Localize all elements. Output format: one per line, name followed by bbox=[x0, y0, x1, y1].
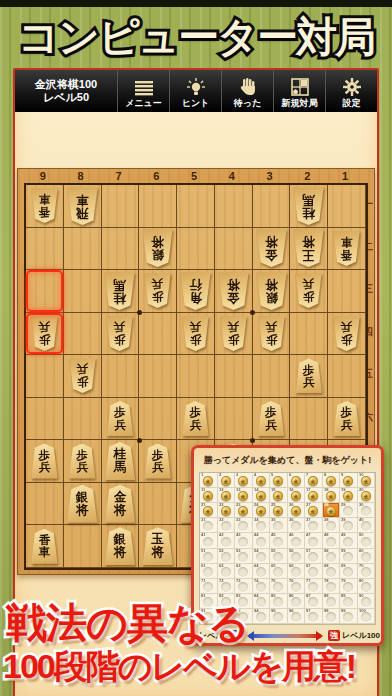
file-label: 4 bbox=[213, 169, 251, 183]
medal-cell-54[interactable]: 54 bbox=[253, 549, 271, 564]
gear-icon bbox=[343, 78, 361, 97]
hint-button-label: ヒント bbox=[182, 97, 210, 110]
shogi-piece-歩兵-9-7[interactable]: 歩兵 bbox=[26, 440, 63, 482]
medal-cell-51[interactable]: 51 bbox=[200, 549, 218, 564]
piece-kanji: 将 bbox=[151, 546, 164, 559]
piece-kanji: 兵 bbox=[265, 419, 277, 431]
empty-medal-socket bbox=[256, 582, 266, 592]
piece-kanji: 金 bbox=[114, 491, 127, 504]
piece-kanji: 歩 bbox=[265, 406, 277, 418]
app-title: 金沢将棋100 レベル50 bbox=[15, 70, 117, 112]
board-square-2-6[interactable] bbox=[290, 398, 328, 441]
level100-label: レベル100 bbox=[342, 630, 380, 641]
empty-medal-socket bbox=[238, 521, 248, 531]
board-square-3-3[interactable]: 銀将 bbox=[253, 270, 291, 313]
shogi-piece-歩兵-1-6[interactable]: 歩兵 bbox=[328, 398, 365, 440]
board-square-9-3[interactable] bbox=[26, 270, 64, 313]
medal-cell-2[interactable]: 2金 bbox=[218, 473, 236, 488]
medal-cell-number: 1 bbox=[201, 473, 203, 477]
piece-kanji: 歩 bbox=[39, 449, 51, 461]
medal-cell-99[interactable]: 99 bbox=[340, 609, 358, 624]
board-square-4-2[interactable] bbox=[215, 228, 253, 271]
empty-medal-socket bbox=[326, 582, 336, 592]
file-label: 9 bbox=[24, 169, 62, 183]
medal-cell-9[interactable]: 9金 bbox=[340, 473, 358, 488]
medal-cell-13[interactable]: 13金 bbox=[235, 488, 253, 503]
board-square-7-8[interactable]: 金将 bbox=[102, 483, 140, 526]
piece-kanji: 将 bbox=[227, 278, 240, 291]
medal-cell-29[interactable]: 29 bbox=[340, 503, 358, 518]
board-square-7-6[interactable]: 歩兵 bbox=[102, 398, 140, 441]
piece-kanji: 歩 bbox=[190, 333, 202, 345]
empty-medal-socket bbox=[343, 506, 353, 516]
medal-cell-94[interactable]: 94 bbox=[253, 609, 271, 624]
board-square-1-5[interactable] bbox=[328, 355, 366, 398]
empty-medal-socket bbox=[273, 521, 283, 531]
piece-kanji: 兵 bbox=[152, 279, 164, 291]
board-square-1-2[interactable]: 香車 bbox=[328, 228, 366, 271]
medal-cell-88[interactable]: 88 bbox=[323, 594, 341, 609]
board-square-7-3[interactable]: 桂馬 bbox=[102, 270, 140, 313]
file-label: 8 bbox=[62, 169, 100, 183]
empty-medal-socket bbox=[343, 567, 353, 577]
file-labels: 987654321 bbox=[24, 169, 364, 183]
shogi-piece-歩兵-4-4[interactable]: 歩兵 bbox=[215, 313, 252, 355]
medal-cell-32[interactable]: 32 bbox=[218, 518, 236, 533]
medal-cell-28[interactable]: 28金 bbox=[323, 503, 341, 518]
undo-button[interactable]: 待った bbox=[221, 70, 273, 112]
board-square-5-3[interactable]: 角行 bbox=[177, 270, 215, 313]
medal-cell-65[interactable]: 65 bbox=[270, 564, 288, 579]
medal-cell-14[interactable]: 14金 bbox=[253, 488, 271, 503]
medal-cell-26[interactable]: 26金 bbox=[288, 503, 306, 518]
shogi-piece-桂馬-7-7[interactable]: 桂馬 bbox=[102, 440, 139, 482]
medal-cell-68[interactable]: 68 bbox=[323, 564, 341, 579]
gold-medal-icon: 金 bbox=[308, 476, 318, 486]
piece-kanji: 兵 bbox=[228, 321, 240, 333]
medal-cell-72[interactable]: 72 bbox=[218, 579, 236, 594]
board-square-9-2[interactable] bbox=[26, 228, 64, 271]
medal-cell-33[interactable]: 33 bbox=[235, 518, 253, 533]
medal-cell-77[interactable]: 77 bbox=[305, 579, 323, 594]
medal-cell-3[interactable]: 3金 bbox=[235, 473, 253, 488]
board-square-8-6[interactable] bbox=[64, 398, 102, 441]
shogi-piece-歩兵-6-7[interactable]: 歩兵 bbox=[139, 440, 176, 482]
shogi-piece-銀将-3-3[interactable]: 銀将 bbox=[253, 270, 290, 312]
medal-cell-64[interactable]: 64 bbox=[253, 564, 271, 579]
medal-cell-55[interactable]: 55 bbox=[270, 549, 288, 564]
medal-cell-38[interactable]: 38 bbox=[323, 518, 341, 533]
piece-kanji: 車 bbox=[39, 546, 51, 558]
piece-kanji: 飛 bbox=[76, 206, 89, 219]
gold-medal-icon: 金 bbox=[221, 476, 231, 486]
medal-cell-20[interactable]: 20金 bbox=[358, 488, 376, 503]
shogi-piece-桂馬-7-3[interactable]: 桂馬 bbox=[102, 270, 139, 312]
empty-medal-socket bbox=[326, 612, 336, 622]
board-square-6-6[interactable] bbox=[139, 398, 177, 441]
board-square-7-7[interactable]: 桂馬 bbox=[102, 440, 140, 483]
medal-cell-1[interactable]: 1金 bbox=[200, 473, 218, 488]
medal-cell-75[interactable]: 75 bbox=[270, 579, 288, 594]
shogi-piece-歩兵-2-3[interactable]: 歩兵 bbox=[290, 270, 327, 312]
board-square-8-3[interactable] bbox=[64, 270, 102, 313]
file-label: 2 bbox=[288, 169, 326, 183]
medal-cell-27[interactable]: 27金 bbox=[305, 503, 323, 518]
medal-cell-63[interactable]: 63 bbox=[235, 564, 253, 579]
menu-icon bbox=[134, 80, 154, 97]
medal-cell-31[interactable]: 31 bbox=[200, 518, 218, 533]
medal-cell-67[interactable]: 67 bbox=[305, 564, 323, 579]
shogi-piece-銀将-7-9[interactable]: 銀将 bbox=[102, 525, 139, 567]
medal-cell-number: 4 bbox=[254, 473, 256, 477]
gold-medal-icon: 金 bbox=[308, 491, 318, 501]
gold-medal-icon: 金 bbox=[361, 491, 371, 501]
shogi-piece-歩兵-7-6[interactable]: 歩兵 bbox=[102, 398, 139, 440]
shogi-piece-歩兵-1-4[interactable]: 歩兵 bbox=[328, 313, 365, 355]
medal-cell-71[interactable]: 71 bbox=[200, 579, 218, 594]
medal-cell-74[interactable]: 74 bbox=[253, 579, 271, 594]
board-square-3-4[interactable]: 歩兵 bbox=[253, 313, 291, 356]
medal-cell-4[interactable]: 4金 bbox=[253, 473, 271, 488]
gold-medal-icon: 金 bbox=[308, 506, 318, 516]
piece-kanji: 香 bbox=[39, 206, 51, 218]
board-square-6-1[interactable] bbox=[139, 185, 177, 228]
piece-kanji: 将 bbox=[114, 504, 127, 517]
shogi-piece-歩兵-9-4[interactable]: 歩兵 bbox=[26, 313, 63, 355]
gold-medal-icon: 金 bbox=[273, 476, 283, 486]
board-square-1-6[interactable]: 歩兵 bbox=[328, 398, 366, 441]
piece-kanji: 桂 bbox=[303, 206, 316, 219]
shogi-piece-桂馬-2-1[interactable]: 桂馬 bbox=[290, 185, 327, 227]
medal-cell-87[interactable]: 87 bbox=[305, 594, 323, 609]
medal-cell-53[interactable]: 53 bbox=[235, 549, 253, 564]
board-square-7-1[interactable] bbox=[102, 185, 140, 228]
medal-cell-70[interactable]: 70 bbox=[358, 564, 376, 579]
piece-kanji: 兵 bbox=[114, 419, 126, 431]
board-square-2-4[interactable] bbox=[290, 313, 328, 356]
board-square-1-4[interactable]: 歩兵 bbox=[328, 313, 366, 356]
medal-cell-22[interactable]: 22金 bbox=[218, 503, 236, 518]
empty-medal-socket bbox=[343, 582, 353, 592]
piece-kanji: 兵 bbox=[76, 461, 88, 473]
board-square-6-2[interactable]: 銀将 bbox=[139, 228, 177, 271]
medal-cell-50[interactable]: 50 bbox=[358, 533, 376, 548]
shogi-piece-銀将-8-8[interactable]: 銀将 bbox=[64, 483, 101, 525]
board-square-4-5[interactable] bbox=[215, 355, 253, 398]
medal-cell-56[interactable]: 56 bbox=[288, 549, 306, 564]
medal-cell-96[interactable]: 96 bbox=[288, 609, 306, 624]
piece-kanji: 銀 bbox=[265, 291, 278, 304]
settings-button-label: 設定 bbox=[343, 97, 361, 110]
piece-kanji: 角 bbox=[189, 291, 202, 304]
medal-cell-17[interactable]: 17金 bbox=[305, 488, 323, 503]
board-square-2-5[interactable]: 歩兵 bbox=[290, 355, 328, 398]
gold-medal-icon: 金 bbox=[203, 491, 213, 501]
gold-medal-icon: 金 bbox=[238, 491, 248, 501]
empty-medal-socket bbox=[291, 597, 301, 607]
file-label: 3 bbox=[251, 169, 289, 183]
board-square-3-2[interactable]: 金将 bbox=[253, 228, 291, 271]
medal-cell-85[interactable]: 85 bbox=[270, 594, 288, 609]
board-square-4-4[interactable]: 歩兵 bbox=[215, 313, 253, 356]
medal-cell-57[interactable]: 57 bbox=[305, 549, 323, 564]
board-square-3-5[interactable] bbox=[253, 355, 291, 398]
medal-cell-43[interactable]: 43 bbox=[235, 533, 253, 548]
medal-cell-90[interactable]: 90 bbox=[358, 594, 376, 609]
gold-medal-icon: 金 bbox=[326, 476, 336, 486]
gold-medal-icon: 金 bbox=[326, 491, 336, 501]
piece-kanji: 王 bbox=[303, 248, 316, 261]
gold-medal-icon: 金 bbox=[256, 476, 266, 486]
empty-medal-socket bbox=[326, 521, 336, 531]
medal-cell-41[interactable]: 41 bbox=[200, 533, 218, 548]
board-square-9-4[interactable]: 歩兵 bbox=[26, 313, 64, 356]
medal-cell-62[interactable]: 62 bbox=[218, 564, 236, 579]
piece-kanji: 歩 bbox=[76, 376, 88, 388]
board-square-8-2[interactable] bbox=[64, 228, 102, 271]
board-square-6-4[interactable] bbox=[139, 313, 177, 356]
board-square-1-3[interactable] bbox=[328, 270, 366, 313]
shogi-piece-歩兵-8-7[interactable]: 歩兵 bbox=[64, 440, 101, 482]
empty-medal-socket bbox=[273, 582, 283, 592]
menu-button[interactable]: メニュー bbox=[117, 70, 169, 112]
footer-tagline-2: 100段階のレベルを用意! bbox=[3, 644, 355, 690]
medal-cell-37[interactable]: 37 bbox=[305, 518, 323, 533]
medal-cell-number: 9 bbox=[341, 473, 343, 477]
medal-cell-60[interactable]: 60 bbox=[358, 549, 376, 564]
empty-medal-socket bbox=[361, 537, 371, 547]
medal-cell-46[interactable]: 46 bbox=[288, 533, 306, 548]
piece-kanji: 兵 bbox=[265, 321, 277, 333]
medal-cell-80[interactable]: 80 bbox=[358, 579, 376, 594]
board-square-6-3[interactable]: 歩兵 bbox=[139, 270, 177, 313]
board-square-2-3[interactable]: 歩兵 bbox=[290, 270, 328, 313]
medal-cell-45[interactable]: 45 bbox=[270, 533, 288, 548]
gold-medal-icon: 金 bbox=[256, 491, 266, 501]
board-square-2-2[interactable]: 王将 bbox=[290, 228, 328, 271]
medal-cell-58[interactable]: 58 bbox=[323, 549, 341, 564]
medal-cell-61[interactable]: 61 bbox=[200, 564, 218, 579]
medal-cell-8[interactable]: 8金 bbox=[323, 473, 341, 488]
shogi-piece-歩兵-8-5[interactable]: 歩兵 bbox=[64, 355, 101, 397]
medal-cell-15[interactable]: 15金 bbox=[270, 488, 288, 503]
shogi-piece-香車-9-1[interactable]: 香車 bbox=[26, 185, 63, 227]
medal-cell-12[interactable]: 12金 bbox=[218, 488, 236, 503]
medal-cell-number: 7 bbox=[306, 473, 308, 477]
medal-cell-84[interactable]: 84 bbox=[253, 594, 271, 609]
shogi-piece-歩兵-2-5[interactable]: 歩兵 bbox=[290, 355, 327, 397]
empty-medal-socket bbox=[238, 552, 248, 562]
medal-cell-35[interactable]: 35 bbox=[270, 518, 288, 533]
medal-cell-40[interactable]: 40 bbox=[358, 518, 376, 533]
medal-cell-48[interactable]: 48 bbox=[323, 533, 341, 548]
empty-medal-socket bbox=[221, 567, 231, 577]
new-game-button[interactable]: 新規対局 bbox=[273, 70, 325, 112]
board-square-8-1[interactable]: 飛車 bbox=[64, 185, 102, 228]
title-banner: コンピューター対局 bbox=[0, 6, 392, 68]
board-square-4-3[interactable]: 金将 bbox=[215, 270, 253, 313]
gold-medal-icon: 金 bbox=[343, 491, 353, 501]
medal-cell-18[interactable]: 18金 bbox=[323, 488, 341, 503]
board-square-9-7[interactable]: 歩兵 bbox=[26, 440, 64, 483]
empty-medal-socket bbox=[291, 552, 301, 562]
medal-cell-100[interactable]: 100 bbox=[358, 609, 376, 624]
board-square-7-5[interactable] bbox=[102, 355, 140, 398]
shogi-piece-歩兵-5-4[interactable]: 歩兵 bbox=[177, 313, 214, 355]
board-square-6-8[interactable] bbox=[139, 483, 177, 526]
shogi-piece-歩兵-5-6[interactable]: 歩兵 bbox=[177, 398, 214, 440]
medal-cell-59[interactable]: 59 bbox=[340, 549, 358, 564]
medal-cell-6[interactable]: 6金 bbox=[288, 473, 306, 488]
medal-cell-78[interactable]: 78 bbox=[323, 579, 341, 594]
medal-cell-7[interactable]: 7金 bbox=[305, 473, 323, 488]
piece-kanji: 歩 bbox=[265, 333, 277, 345]
shogi-piece-歩兵-3-6[interactable]: 歩兵 bbox=[253, 398, 290, 440]
file-label: 7 bbox=[100, 169, 138, 183]
empty-medal-socket bbox=[256, 552, 266, 562]
board-square-9-8[interactable] bbox=[26, 483, 64, 526]
medal-cell-34[interactable]: 34 bbox=[253, 518, 271, 533]
empty-medal-socket bbox=[221, 582, 231, 592]
empty-medal-socket bbox=[343, 552, 353, 562]
board-square-7-4[interactable]: 歩兵 bbox=[102, 313, 140, 356]
board-square-8-5[interactable]: 歩兵 bbox=[64, 355, 102, 398]
medal-cell-21[interactable]: 21金 bbox=[200, 503, 218, 518]
new-game-icon bbox=[291, 78, 309, 97]
board-square-6-9[interactable]: 玉将 bbox=[139, 525, 177, 568]
medal-cell-95[interactable]: 95 bbox=[270, 609, 288, 624]
medal-cell-44[interactable]: 44 bbox=[253, 533, 271, 548]
file-label: 5 bbox=[175, 169, 213, 183]
board-square-5-5[interactable] bbox=[177, 355, 215, 398]
board-square-4-6[interactable] bbox=[215, 398, 253, 441]
board-square-3-6[interactable]: 歩兵 bbox=[253, 398, 291, 441]
medal-cell-number: 2 bbox=[219, 473, 221, 477]
medal-cell-89[interactable]: 89 bbox=[340, 594, 358, 609]
medal-cell-19[interactable]: 19金 bbox=[340, 488, 358, 503]
medal-cell-24[interactable]: 24金 bbox=[253, 503, 271, 518]
empty-medal-socket bbox=[343, 612, 353, 622]
shogi-piece-飛車-8-1[interactable]: 飛車 bbox=[64, 185, 101, 227]
shogi-piece-歩兵-6-3[interactable]: 歩兵 bbox=[139, 270, 176, 312]
empty-medal-socket bbox=[273, 537, 283, 547]
shogi-piece-金将-7-8[interactable]: 金将 bbox=[102, 483, 139, 525]
new-game-button-label: 新規対局 bbox=[282, 97, 318, 110]
board-square-5-1[interactable] bbox=[177, 185, 215, 228]
medal-cell-30[interactable]: 30 bbox=[358, 503, 376, 518]
empty-medal-socket bbox=[221, 537, 231, 547]
shogi-piece-歩兵-3-4[interactable]: 歩兵 bbox=[253, 313, 290, 355]
piece-kanji: 馬 bbox=[114, 461, 127, 474]
strong-badge: 強 bbox=[328, 630, 340, 641]
medal-cell-39[interactable]: 39 bbox=[340, 518, 358, 533]
empty-medal-socket bbox=[308, 582, 318, 592]
board-square-9-5[interactable] bbox=[26, 355, 64, 398]
file-label: 6 bbox=[137, 169, 175, 183]
board-square-5-6[interactable]: 歩兵 bbox=[177, 398, 215, 441]
board-square-7-9[interactable]: 銀将 bbox=[102, 525, 140, 568]
app-title-line2: レベル50 bbox=[43, 91, 89, 104]
shogi-piece-金将-4-3[interactable]: 金将 bbox=[215, 270, 252, 312]
medal-cell-98[interactable]: 98 bbox=[323, 609, 341, 624]
gold-medal-icon: 金 bbox=[221, 491, 231, 501]
empty-medal-socket bbox=[308, 521, 318, 531]
shogi-piece-玉将-6-9[interactable]: 玉将 bbox=[139, 525, 176, 567]
board-square-6-7[interactable]: 歩兵 bbox=[139, 440, 177, 483]
board-square-6-5[interactable] bbox=[139, 355, 177, 398]
medal-cell-76[interactable]: 76 bbox=[288, 579, 306, 594]
board-square-3-1[interactable] bbox=[253, 185, 291, 228]
medal-cell-69[interactable]: 69 bbox=[340, 564, 358, 579]
piece-kanji: 歩 bbox=[76, 449, 88, 461]
board-square-4-1[interactable] bbox=[215, 185, 253, 228]
board-square-8-7[interactable]: 歩兵 bbox=[64, 440, 102, 483]
piece-kanji: 歩 bbox=[114, 406, 126, 418]
gold-medal-icon: 金 bbox=[361, 476, 371, 486]
board-square-8-4[interactable] bbox=[64, 313, 102, 356]
settings-button[interactable]: 設定 bbox=[325, 70, 377, 112]
medal-cell-47[interactable]: 47 bbox=[305, 533, 323, 548]
empty-medal-socket bbox=[256, 612, 266, 622]
footer-tagline-1: 戦法の異なる bbox=[6, 596, 249, 651]
board-square-1-1[interactable] bbox=[328, 185, 366, 228]
medal-cell-16[interactable]: 16金 bbox=[288, 488, 306, 503]
medal-cell-25[interactable]: 25金 bbox=[270, 503, 288, 518]
shogi-piece-王将-2-2[interactable]: 王将 bbox=[290, 228, 327, 270]
piece-kanji: 兵 bbox=[303, 279, 315, 291]
medal-cell-86[interactable]: 86 bbox=[288, 594, 306, 609]
medal-cell-73[interactable]: 73 bbox=[235, 579, 253, 594]
medal-cell-79[interactable]: 79 bbox=[340, 579, 358, 594]
empty-medal-socket bbox=[203, 552, 213, 562]
shogi-piece-金将-3-2[interactable]: 金将 bbox=[253, 228, 290, 270]
board-square-9-9[interactable]: 香車 bbox=[26, 525, 64, 568]
board-square-5-2[interactable] bbox=[177, 228, 215, 271]
medal-cell-5[interactable]: 5金 bbox=[270, 473, 288, 488]
empty-medal-socket bbox=[361, 582, 371, 592]
medal-cell-36[interactable]: 36 bbox=[288, 518, 306, 533]
piece-kanji: 将 bbox=[303, 235, 316, 248]
board-square-8-8[interactable]: 銀将 bbox=[64, 483, 102, 526]
menu-button-label: メニュー bbox=[125, 97, 162, 110]
medal-cell-23[interactable]: 23金 bbox=[235, 503, 253, 518]
shogi-piece-香車-9-9[interactable]: 香車 bbox=[26, 525, 63, 567]
board-square-5-4[interactable]: 歩兵 bbox=[177, 313, 215, 356]
file-label: 1 bbox=[326, 169, 364, 183]
hand-icon bbox=[239, 78, 257, 97]
shogi-piece-角行-5-3[interactable]: 角行 bbox=[177, 270, 214, 312]
shogi-piece-歩兵-7-4[interactable]: 歩兵 bbox=[102, 313, 139, 355]
board-square-9-6[interactable] bbox=[26, 398, 64, 441]
medal-cell-52[interactable]: 52 bbox=[218, 549, 236, 564]
medal-cell-11[interactable]: 11金 bbox=[200, 488, 218, 503]
shogi-piece-銀将-6-2[interactable]: 銀将 bbox=[139, 228, 176, 270]
gold-medal-icon: 金 bbox=[343, 476, 353, 486]
empty-medal-socket bbox=[273, 552, 283, 562]
board-square-2-1[interactable]: 桂馬 bbox=[290, 185, 328, 228]
medal-cell-42[interactable]: 42 bbox=[218, 533, 236, 548]
gold-medal-icon: 金 bbox=[326, 506, 336, 516]
shogi-piece-香車-1-2[interactable]: 香車 bbox=[328, 228, 365, 270]
medal-cell-97[interactable]: 97 bbox=[305, 609, 323, 624]
medal-cell-10[interactable]: 10金 bbox=[358, 473, 376, 488]
medal-cell-66[interactable]: 66 bbox=[288, 564, 306, 579]
hint-button[interactable]: ヒント bbox=[169, 70, 221, 112]
board-square-9-1[interactable]: 香車 bbox=[26, 185, 64, 228]
board-square-7-2[interactable] bbox=[102, 228, 140, 271]
medal-cell-49[interactable]: 49 bbox=[340, 533, 358, 548]
board-square-8-9[interactable] bbox=[64, 525, 102, 568]
